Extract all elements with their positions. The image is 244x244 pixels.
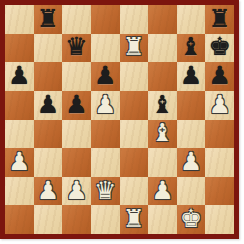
square-f8[interactable]	[148, 5, 177, 34]
square-a6[interactable]: ♟	[5, 62, 34, 91]
square-a8[interactable]	[5, 5, 34, 34]
white-rook-e7[interactable]: ♜	[123, 34, 145, 59]
square-a3[interactable]: ♟	[5, 148, 34, 177]
square-b6[interactable]	[34, 62, 63, 91]
black-pawn-a6[interactable]: ♟	[8, 63, 30, 88]
square-e2[interactable]	[120, 177, 149, 206]
square-e8[interactable]	[120, 5, 149, 34]
square-g5[interactable]	[177, 91, 206, 120]
square-h1[interactable]	[205, 205, 234, 234]
square-d5[interactable]: ♟	[91, 91, 120, 120]
square-c6[interactable]	[62, 62, 91, 91]
black-queen-c7[interactable]: ♛	[65, 34, 87, 59]
square-b3[interactable]	[34, 148, 63, 177]
square-h7[interactable]: ♚	[205, 34, 234, 63]
square-e4[interactable]	[120, 120, 149, 149]
white-pawn-b2[interactable]: ♟	[37, 178, 59, 203]
square-g1[interactable]: ♚	[177, 205, 206, 234]
white-bishop-f4[interactable]: ♝	[151, 120, 173, 145]
square-a1[interactable]	[5, 205, 34, 234]
chess-diagram: ♜♜♛♜♝♚♟♟♟♟♟♟♟♝♟♝♟♟♟♟♛♟♜♚	[0, 0, 244, 244]
black-pawn-h6[interactable]: ♟	[208, 63, 230, 88]
square-d4[interactable]	[91, 120, 120, 149]
square-f3[interactable]	[148, 148, 177, 177]
square-h8[interactable]: ♜	[205, 5, 234, 34]
square-h5[interactable]: ♟	[205, 91, 234, 120]
white-pawn-f2[interactable]: ♟	[151, 178, 173, 203]
square-d7[interactable]	[91, 34, 120, 63]
square-e3[interactable]	[120, 148, 149, 177]
square-e5[interactable]	[120, 91, 149, 120]
white-pawn-h5[interactable]: ♟	[208, 92, 230, 117]
square-e7[interactable]: ♜	[120, 34, 149, 63]
square-g8[interactable]	[177, 5, 206, 34]
square-e1[interactable]: ♜	[120, 205, 149, 234]
square-b7[interactable]	[34, 34, 63, 63]
square-a7[interactable]	[5, 34, 34, 63]
black-rook-h8[interactable]: ♜	[208, 6, 230, 31]
square-c2[interactable]: ♟	[62, 177, 91, 206]
square-d1[interactable]	[91, 205, 120, 234]
square-h3[interactable]	[205, 148, 234, 177]
board-grid: ♜♜♛♜♝♚♟♟♟♟♟♟♟♝♟♝♟♟♟♟♛♟♜♚	[5, 5, 234, 234]
white-king-g1[interactable]: ♚	[180, 206, 202, 231]
black-pawn-d6[interactable]: ♟	[94, 63, 116, 88]
square-c4[interactable]	[62, 120, 91, 149]
square-c5[interactable]: ♟	[62, 91, 91, 120]
square-b2[interactable]: ♟	[34, 177, 63, 206]
white-pawn-c2[interactable]: ♟	[65, 178, 87, 203]
square-f1[interactable]	[148, 205, 177, 234]
square-c8[interactable]	[62, 5, 91, 34]
square-b1[interactable]	[34, 205, 63, 234]
white-queen-d2[interactable]: ♛	[94, 178, 116, 203]
square-c3[interactable]	[62, 148, 91, 177]
square-d2[interactable]: ♛	[91, 177, 120, 206]
square-h4[interactable]	[205, 120, 234, 149]
square-f4[interactable]: ♝	[148, 120, 177, 149]
square-f6[interactable]	[148, 62, 177, 91]
white-pawn-g3[interactable]: ♟	[180, 149, 202, 174]
black-king-h7[interactable]: ♚	[208, 34, 230, 59]
black-rook-b8[interactable]: ♜	[37, 6, 59, 31]
square-a4[interactable]	[5, 120, 34, 149]
square-c1[interactable]	[62, 205, 91, 234]
square-b5[interactable]: ♟	[34, 91, 63, 120]
square-h2[interactable]	[205, 177, 234, 206]
square-f2[interactable]: ♟	[148, 177, 177, 206]
square-d6[interactable]: ♟	[91, 62, 120, 91]
black-bishop-f5[interactable]: ♝	[151, 92, 173, 117]
square-c7[interactable]: ♛	[62, 34, 91, 63]
board-frame: ♜♜♛♜♝♚♟♟♟♟♟♟♟♝♟♝♟♟♟♟♛♟♜♚	[0, 0, 239, 239]
square-a5[interactable]	[5, 91, 34, 120]
white-pawn-d5[interactable]: ♟	[94, 92, 116, 117]
square-f5[interactable]: ♝	[148, 91, 177, 120]
white-rook-e1[interactable]: ♜	[123, 206, 145, 231]
square-g6[interactable]: ♟	[177, 62, 206, 91]
square-e6[interactable]	[120, 62, 149, 91]
square-g3[interactable]: ♟	[177, 148, 206, 177]
black-pawn-g6[interactable]: ♟	[180, 63, 202, 88]
square-f7[interactable]	[148, 34, 177, 63]
square-g4[interactable]	[177, 120, 206, 149]
square-b8[interactable]: ♜	[34, 5, 63, 34]
square-a2[interactable]	[5, 177, 34, 206]
square-h6[interactable]: ♟	[205, 62, 234, 91]
square-g2[interactable]	[177, 177, 206, 206]
square-d8[interactable]	[91, 5, 120, 34]
black-bishop-g7[interactable]: ♝	[180, 34, 202, 59]
white-pawn-a3[interactable]: ♟	[8, 149, 30, 174]
square-d3[interactable]	[91, 148, 120, 177]
black-pawn-b5[interactable]: ♟	[37, 92, 59, 117]
square-b4[interactable]	[34, 120, 63, 149]
square-g7[interactable]: ♝	[177, 34, 206, 63]
black-pawn-c5[interactable]: ♟	[65, 92, 87, 117]
